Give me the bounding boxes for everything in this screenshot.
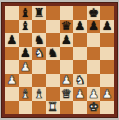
square-a6[interactable]: ♟: [5, 33, 19, 47]
black-pawn-e6: ♟: [61, 34, 72, 46]
square-h5[interactable]: [100, 47, 114, 61]
black-knight-d5: ♞: [47, 47, 58, 59]
square-e1[interactable]: [60, 101, 74, 115]
white-knight-f3: ♞: [75, 74, 86, 86]
square-b4[interactable]: ♟: [19, 60, 33, 74]
white-pawn-g2: ♟: [88, 88, 99, 100]
square-g1[interactable]: ♚: [87, 101, 101, 115]
chess-board: ♝♜♚♝♛♟♟♟♟♞♟♟♞♞♟♟♟♞♝♝♛♟♟♟♜♚: [5, 6, 114, 114]
square-f4[interactable]: [73, 60, 87, 74]
white-pawn-f2: ♟: [75, 88, 86, 100]
white-queen-e2: ♛: [61, 88, 72, 100]
square-g5[interactable]: [87, 47, 101, 61]
white-rook-d1: ♜: [47, 101, 58, 113]
square-h1[interactable]: [100, 101, 114, 115]
square-c1[interactable]: [32, 101, 46, 115]
square-c5[interactable]: ♞: [32, 47, 46, 61]
square-h2[interactable]: ♟: [100, 87, 114, 101]
white-pawn-a3: ♟: [6, 74, 17, 86]
square-h6[interactable]: [100, 33, 114, 47]
square-d2[interactable]: [46, 87, 60, 101]
square-g2[interactable]: ♟: [87, 87, 101, 101]
square-b7[interactable]: ♝: [19, 20, 33, 34]
square-c2[interactable]: ♝: [32, 87, 46, 101]
square-f5[interactable]: [73, 47, 87, 61]
square-b6[interactable]: [19, 33, 33, 47]
square-b3[interactable]: [19, 74, 33, 88]
square-e5[interactable]: [60, 47, 74, 61]
square-f2[interactable]: ♟: [73, 87, 87, 101]
square-e3[interactable]: ♟: [60, 74, 74, 88]
square-a1[interactable]: [5, 101, 19, 115]
square-d3[interactable]: [46, 74, 60, 88]
black-knight-c6: ♞: [34, 34, 45, 46]
square-d5[interactable]: ♞: [46, 47, 60, 61]
square-c7[interactable]: [32, 20, 46, 34]
black-pawn-h7: ♟: [102, 20, 113, 32]
black-queen-e7: ♛: [61, 20, 72, 32]
square-d8[interactable]: [46, 6, 60, 20]
square-f8[interactable]: [73, 6, 87, 20]
white-king-g1: ♚: [88, 101, 99, 113]
square-e4[interactable]: [60, 60, 74, 74]
square-a8[interactable]: [5, 6, 19, 20]
black-pawn-g7: ♟: [88, 20, 99, 32]
square-b1[interactable]: [19, 101, 33, 115]
black-rook-c8: ♜: [34, 7, 45, 19]
white-pawn-b4: ♟: [20, 61, 31, 73]
square-g6[interactable]: [87, 33, 101, 47]
square-f7[interactable]: ♟: [73, 20, 87, 34]
board-frame: ♝♜♚♝♛♟♟♟♟♞♟♟♞♞♟♟♟♞♝♝♛♟♟♟♜♚: [1, 2, 118, 118]
square-d7[interactable]: [46, 20, 60, 34]
square-e6[interactable]: ♟: [60, 33, 74, 47]
square-g3[interactable]: [87, 74, 101, 88]
black-bishop-b8: ♝: [20, 7, 31, 19]
square-f1[interactable]: [73, 101, 87, 115]
black-pawn-a6: ♟: [6, 34, 17, 46]
square-h8[interactable]: [100, 6, 114, 20]
square-d4[interactable]: [46, 60, 60, 74]
black-king-g8: ♚: [88, 7, 99, 19]
white-pawn-h2: ♟: [102, 88, 113, 100]
square-a5[interactable]: [5, 47, 19, 61]
square-d6[interactable]: [46, 33, 60, 47]
square-f6[interactable]: [73, 33, 87, 47]
square-a2[interactable]: [5, 87, 19, 101]
white-bishop-b2: ♝: [20, 88, 31, 100]
square-b2[interactable]: ♝: [19, 87, 33, 101]
black-bishop-b7: ♝: [20, 20, 31, 32]
square-a7[interactable]: [5, 20, 19, 34]
square-e8[interactable]: [60, 6, 74, 20]
white-pawn-e3: ♟: [61, 74, 72, 86]
square-e2[interactable]: ♛: [60, 87, 74, 101]
square-d1[interactable]: ♜: [46, 101, 60, 115]
white-knight-c5: ♞: [34, 47, 45, 59]
square-f3[interactable]: ♞: [73, 74, 87, 88]
black-pawn-f7: ♟: [75, 20, 86, 32]
square-e7[interactable]: ♛: [60, 20, 74, 34]
square-b8[interactable]: ♝: [19, 6, 33, 20]
square-c3[interactable]: [32, 74, 46, 88]
square-a3[interactable]: ♟: [5, 74, 19, 88]
square-b5[interactable]: ♟: [19, 47, 33, 61]
white-bishop-c2: ♝: [34, 88, 45, 100]
square-h4[interactable]: [100, 60, 114, 74]
square-c8[interactable]: ♜: [32, 6, 46, 20]
square-h7[interactable]: ♟: [100, 20, 114, 34]
square-c4[interactable]: [32, 60, 46, 74]
square-a4[interactable]: [5, 60, 19, 74]
square-g8[interactable]: ♚: [87, 6, 101, 20]
square-h3[interactable]: [100, 74, 114, 88]
black-pawn-b5: ♟: [20, 47, 31, 59]
square-c6[interactable]: ♞: [32, 33, 46, 47]
square-g7[interactable]: ♟: [87, 20, 101, 34]
square-g4[interactable]: [87, 60, 101, 74]
